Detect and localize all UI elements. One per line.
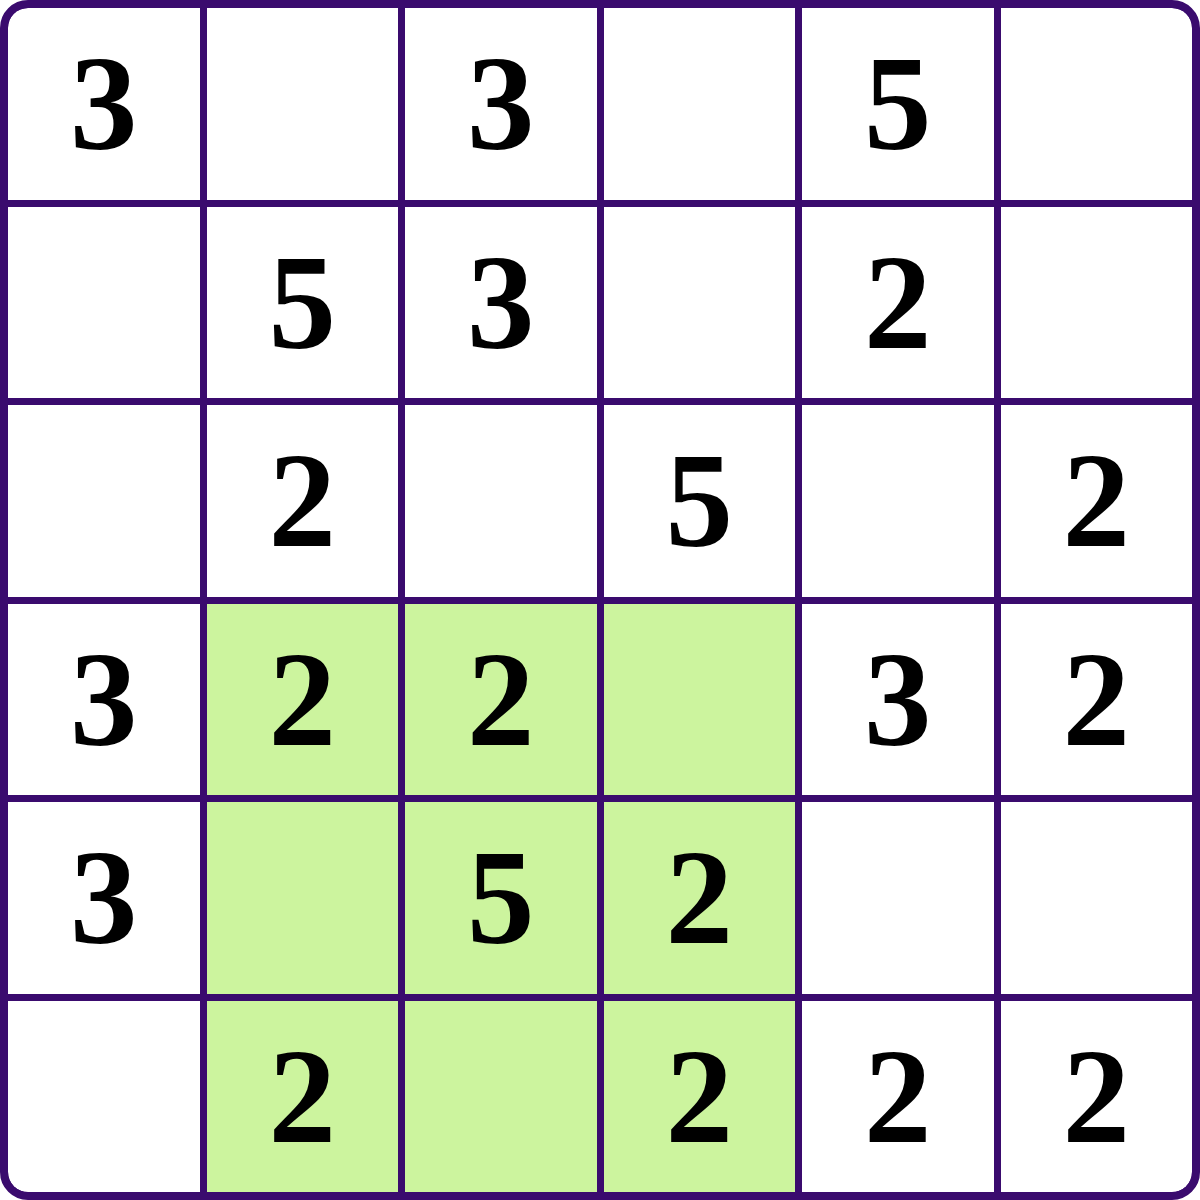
cell-r3c4[interactable]: 5: [604, 405, 796, 597]
cell-r6c5[interactable]: 2: [802, 1001, 994, 1193]
cell-r5c6[interactable]: [1001, 802, 1193, 994]
cell-r3c6[interactable]: 2: [1001, 405, 1193, 597]
cell-r6c1[interactable]: [8, 1001, 200, 1193]
cell-r6c4[interactable]: 2: [604, 1001, 796, 1193]
cell-r4c4[interactable]: [604, 604, 796, 796]
cell-r1c5[interactable]: 5: [802, 8, 994, 200]
cell-r5c1[interactable]: 3: [8, 802, 200, 994]
cell-r3c1[interactable]: [8, 405, 200, 597]
cell-r4c3[interactable]: 2: [405, 604, 597, 796]
cell-r2c5[interactable]: 2: [802, 207, 994, 399]
cell-r6c6[interactable]: 2: [1001, 1001, 1193, 1193]
cell-r3c3[interactable]: [405, 405, 597, 597]
cell-r1c3[interactable]: 3: [405, 8, 597, 200]
cell-r1c1[interactable]: 3: [8, 8, 200, 200]
puzzle-board: 335532252322323522222: [0, 0, 1200, 1200]
cell-r6c3[interactable]: [405, 1001, 597, 1193]
cell-r3c5[interactable]: [802, 405, 994, 597]
cell-r4c6[interactable]: 2: [1001, 604, 1193, 796]
cell-r4c5[interactable]: 3: [802, 604, 994, 796]
cell-r2c3[interactable]: 3: [405, 207, 597, 399]
cell-r5c5[interactable]: [802, 802, 994, 994]
cell-r1c4[interactable]: [604, 8, 796, 200]
cell-r5c3[interactable]: 5: [405, 802, 597, 994]
cell-r6c2[interactable]: 2: [207, 1001, 399, 1193]
cell-r4c2[interactable]: 2: [207, 604, 399, 796]
cell-r5c2[interactable]: [207, 802, 399, 994]
cell-r2c6[interactable]: [1001, 207, 1193, 399]
cell-r4c1[interactable]: 3: [8, 604, 200, 796]
cell-r3c2[interactable]: 2: [207, 405, 399, 597]
cell-r1c2[interactable]: [207, 8, 399, 200]
cell-r1c6[interactable]: [1001, 8, 1193, 200]
cell-r2c4[interactable]: [604, 207, 796, 399]
cell-r2c2[interactable]: 5: [207, 207, 399, 399]
cell-r2c1[interactable]: [8, 207, 200, 399]
cell-r5c4[interactable]: 2: [604, 802, 796, 994]
